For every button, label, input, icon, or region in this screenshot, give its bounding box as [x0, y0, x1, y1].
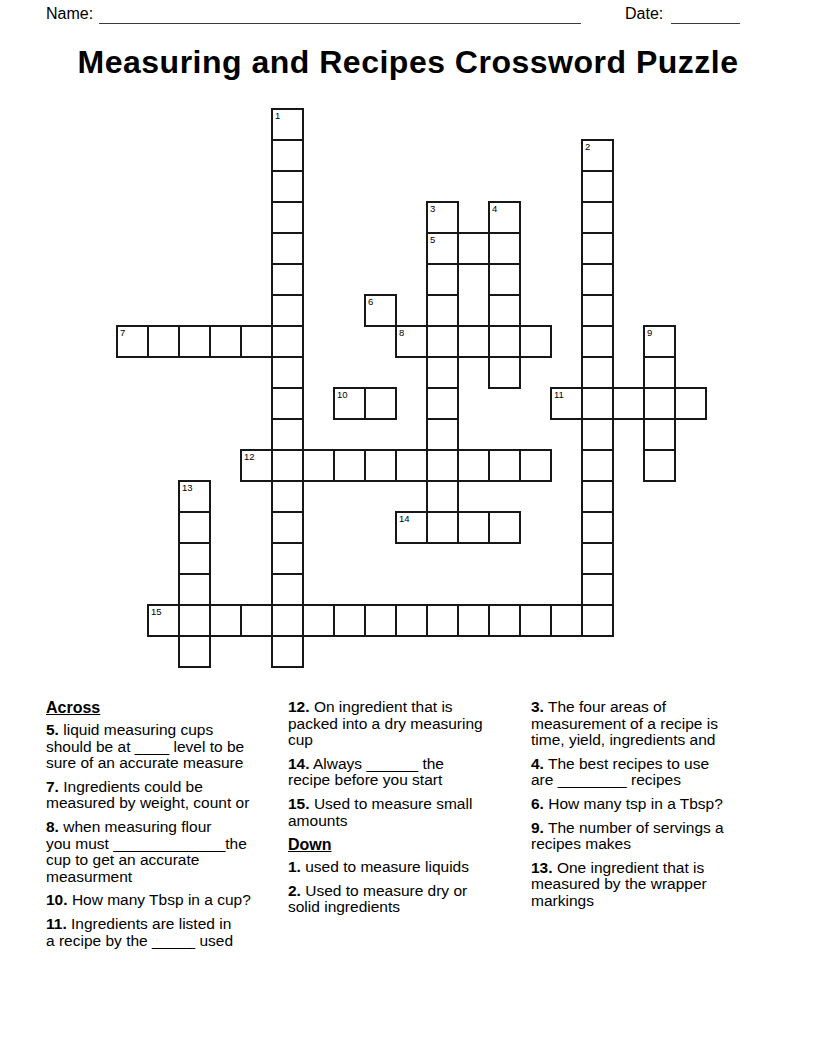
worksheet-page: Name: Date: Measuring and Recipes Crossw… — [0, 0, 816, 1056]
cell-r5c5[interactable] — [271, 263, 304, 296]
clue-4: 4. The best recipes to use are ________ … — [531, 756, 783, 789]
clue-number-8: 8 — [399, 327, 404, 338]
cell-r11c15[interactable] — [581, 449, 614, 482]
clue-number-7: 7 — [120, 327, 125, 338]
cell-r6c15[interactable] — [581, 294, 614, 327]
clue-number-12: 12 — [244, 451, 255, 462]
clue-number-2: 2 — [585, 141, 590, 152]
cell-r4c5[interactable] — [271, 232, 304, 265]
cell-r6c5[interactable] — [271, 294, 304, 327]
cell-r16c15[interactable] — [581, 604, 614, 637]
clue-number-4: 4 — [492, 203, 497, 214]
cell-r11c6[interactable] — [302, 449, 335, 482]
clue-column-1: Across5. liquid measuring cups should be… — [46, 699, 292, 956]
cell-r7c13[interactable] — [519, 325, 552, 358]
cell-r16c8[interactable] — [364, 604, 397, 637]
cell-r0c5[interactable]: 1 — [271, 108, 304, 141]
cell-r14c5[interactable] — [271, 542, 304, 575]
clue-number-14: 14 — [399, 513, 410, 524]
cell-r3c5[interactable] — [271, 201, 304, 234]
cell-r16c14[interactable] — [550, 604, 583, 637]
cell-r9c14[interactable]: 11 — [550, 387, 583, 420]
cell-r9c7[interactable]: 10 — [333, 387, 366, 420]
cell-r8c12[interactable] — [488, 356, 521, 389]
page-title: Measuring and Recipes Crossword Puzzle — [0, 44, 816, 81]
clue-8: 8. when measuring flour you must _______… — [46, 819, 292, 885]
cell-r15c15[interactable] — [581, 573, 614, 606]
cell-r6c8[interactable]: 6 — [364, 294, 397, 327]
cell-r9c5[interactable] — [271, 387, 304, 420]
clue-number-6: 6 — [368, 296, 373, 307]
cell-r16c12[interactable] — [488, 604, 521, 637]
cell-r14c2[interactable] — [178, 542, 211, 575]
clue-14: 14. Always ______ the recipe before you … — [288, 756, 530, 789]
cell-r7c15[interactable] — [581, 325, 614, 358]
cell-r11c17[interactable] — [643, 449, 676, 482]
cell-r16c3[interactable] — [209, 604, 242, 637]
cell-r7c17[interactable]: 9 — [643, 325, 676, 358]
cell-r12c15[interactable] — [581, 480, 614, 513]
clues-down-header: Down — [288, 836, 530, 854]
cell-r11c11[interactable] — [457, 449, 490, 482]
clues-across-header: Across — [46, 699, 292, 717]
cell-r9c18[interactable] — [674, 387, 707, 420]
clue-number-13: 13 — [182, 482, 193, 493]
cell-r12c2[interactable]: 13 — [178, 480, 211, 513]
clue-7: 7. Ingredients could be measured by weig… — [46, 779, 292, 812]
cell-r17c2[interactable] — [178, 635, 211, 668]
cell-r16c6[interactable] — [302, 604, 335, 637]
cell-r16c5[interactable] — [271, 604, 304, 637]
cell-r11c7[interactable] — [333, 449, 366, 482]
cell-r9c10[interactable] — [426, 387, 459, 420]
cell-r4c15[interactable] — [581, 232, 614, 265]
clue-13: 13. One ingredient that is measured by t… — [531, 860, 783, 910]
cell-r7c2[interactable] — [178, 325, 211, 358]
clue-number-5: 5 — [430, 234, 435, 245]
date-blank-line — [671, 5, 740, 24]
cell-r16c9[interactable] — [395, 604, 428, 637]
clue-2: 2. Used to measure dry or solid ingredie… — [288, 883, 530, 916]
clue-9: 9. The number of servings a recipes make… — [531, 820, 783, 853]
clue-number-15: 15 — [151, 606, 162, 617]
clue-column-2: 12. On ingredient that is packed into a … — [288, 699, 530, 923]
cell-r7c3[interactable] — [209, 325, 242, 358]
cell-r9c15[interactable] — [581, 387, 614, 420]
cell-r16c4[interactable] — [240, 604, 273, 637]
cell-r11c8[interactable] — [364, 449, 397, 482]
cell-r16c7[interactable] — [333, 604, 366, 637]
cell-r7c10[interactable] — [426, 325, 459, 358]
cell-r9c8[interactable] — [364, 387, 397, 420]
cell-r11c9[interactable] — [395, 449, 428, 482]
cell-r12c10[interactable] — [426, 480, 459, 513]
cell-r8c10[interactable] — [426, 356, 459, 389]
cell-r13c10[interactable] — [426, 511, 459, 544]
cell-r6c12[interactable] — [488, 294, 521, 327]
cell-r3c10[interactable]: 3 — [426, 201, 459, 234]
cell-r13c15[interactable] — [581, 511, 614, 544]
cell-r7c0[interactable]: 7 — [116, 325, 149, 358]
cell-r5c12[interactable] — [488, 263, 521, 296]
cell-r2c5[interactable] — [271, 170, 304, 203]
cell-r15c2[interactable] — [178, 573, 211, 606]
cell-r10c10[interactable] — [426, 418, 459, 451]
cell-r9c16[interactable] — [612, 387, 645, 420]
cell-r7c12[interactable] — [488, 325, 521, 358]
cell-r16c13[interactable] — [519, 604, 552, 637]
cell-r9c17[interactable] — [643, 387, 676, 420]
cell-r17c5[interactable] — [271, 635, 304, 668]
cell-r5c10[interactable] — [426, 263, 459, 296]
cell-r13c11[interactable] — [457, 511, 490, 544]
cell-r1c5[interactable] — [271, 139, 304, 172]
date-label: Date: — [625, 5, 663, 23]
clue-number-1: 1 — [275, 110, 280, 121]
clue-5: 5. liquid measuring cups should be at __… — [46, 722, 292, 772]
cell-r13c2[interactable] — [178, 511, 211, 544]
cell-r16c11[interactable] — [457, 604, 490, 637]
clue-12: 12. On ingredient that is packed into a … — [288, 699, 530, 749]
clue-6: 6. How many tsp in a Tbsp? — [531, 796, 783, 813]
cell-r8c5[interactable] — [271, 356, 304, 389]
cell-r8c17[interactable] — [643, 356, 676, 389]
cell-r10c15[interactable] — [581, 418, 614, 451]
cell-r13c12[interactable] — [488, 511, 521, 544]
clue-number-10: 10 — [337, 389, 348, 400]
cell-r3c15[interactable] — [581, 201, 614, 234]
cell-r10c5[interactable] — [271, 418, 304, 451]
cell-r13c5[interactable] — [271, 511, 304, 544]
cell-r11c4[interactable]: 12 — [240, 449, 273, 482]
cell-r16c1[interactable]: 15 — [147, 604, 180, 637]
cell-r1c15[interactable]: 2 — [581, 139, 614, 172]
cell-r15c5[interactable] — [271, 573, 304, 606]
clue-number-11: 11 — [554, 389, 564, 400]
cell-r7c11[interactable] — [457, 325, 490, 358]
cell-r4c12[interactable] — [488, 232, 521, 265]
cell-r7c5[interactable] — [271, 325, 304, 358]
cell-r11c10[interactable] — [426, 449, 459, 482]
cell-r4c10[interactable]: 5 — [426, 232, 459, 265]
cell-r8c15[interactable] — [581, 356, 614, 389]
clue-10: 10. How many Tbsp in a cup? — [46, 892, 292, 909]
clue-number-9: 9 — [647, 327, 652, 338]
cell-r11c12[interactable] — [488, 449, 521, 482]
cell-r4c11[interactable] — [457, 232, 490, 265]
clue-3: 3. The four areas of measurement of a re… — [531, 699, 783, 749]
name-label: Name: — [46, 5, 93, 23]
cell-r11c13[interactable] — [519, 449, 552, 482]
cell-r7c4[interactable] — [240, 325, 273, 358]
name-blank-line — [99, 5, 581, 24]
clue-11: 11. Ingredients are listed in a recipe b… — [46, 916, 292, 949]
cell-r6c10[interactable] — [426, 294, 459, 327]
clue-1: 1. used to measure liquids — [288, 859, 530, 876]
cell-r7c1[interactable] — [147, 325, 180, 358]
clue-number-3: 3 — [430, 203, 435, 214]
clue-15: 15. Used to measure small amounts — [288, 796, 530, 829]
crossword-grid: 123456789101112131415 — [116, 108, 708, 669]
cell-r3c12[interactable]: 4 — [488, 201, 521, 234]
cell-r11c5[interactable] — [271, 449, 304, 482]
cell-r5c15[interactable] — [581, 263, 614, 296]
cell-r13c9[interactable]: 14 — [395, 511, 428, 544]
cell-r14c15[interactable] — [581, 542, 614, 575]
cell-r16c10[interactable] — [426, 604, 459, 637]
clue-column-3: 3. The four areas of measurement of a re… — [531, 699, 783, 917]
cell-r7c9[interactable]: 8 — [395, 325, 428, 358]
cell-r16c2[interactable] — [178, 604, 211, 637]
cell-r12c5[interactable] — [271, 480, 304, 513]
cell-r2c15[interactable] — [581, 170, 614, 203]
cell-r10c17[interactable] — [643, 418, 676, 451]
